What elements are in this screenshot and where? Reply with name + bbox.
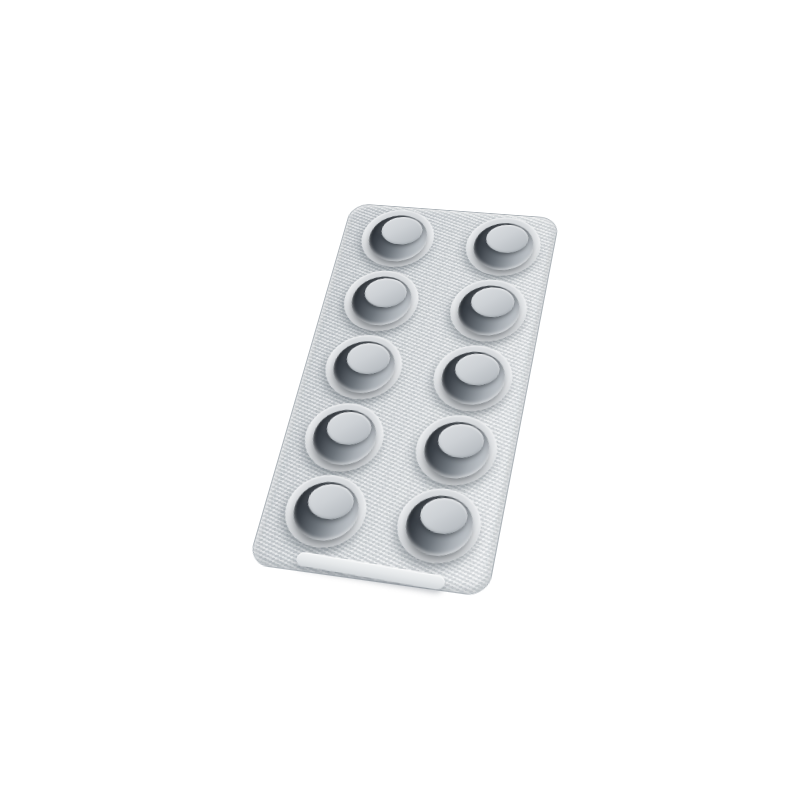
tablet-dome-top xyxy=(468,286,517,319)
blister-layer xyxy=(249,204,559,596)
tablet-dome-top xyxy=(323,410,375,447)
blister-r2c1 xyxy=(337,267,426,334)
tablet-dome xyxy=(306,406,382,467)
tablet-dome xyxy=(363,213,432,263)
tablet-dome xyxy=(436,348,510,407)
blister-r3c1 xyxy=(318,331,409,402)
tablet-dome-top xyxy=(343,341,393,376)
blister-r4c2 xyxy=(409,411,504,490)
tablet-dome-top xyxy=(361,277,410,309)
blister-r5c2 xyxy=(390,483,488,567)
blister-pack xyxy=(247,203,560,598)
tablet-dome xyxy=(418,418,494,481)
product-photo xyxy=(0,0,800,800)
tablet-dome xyxy=(399,491,478,559)
tablet-dome xyxy=(345,274,416,327)
blister-r1c2 xyxy=(460,215,546,279)
tablet-dome-top xyxy=(303,482,357,522)
tablet-dome-top xyxy=(416,495,470,536)
blister-r1c1 xyxy=(354,207,440,269)
tablet-dome xyxy=(327,338,400,395)
tablet-dome-top xyxy=(451,352,501,387)
blister-r5c1 xyxy=(276,470,374,552)
blister-r4c1 xyxy=(297,399,392,475)
tablet-dome xyxy=(286,478,365,544)
tablet-dome xyxy=(453,283,524,338)
blister-r2c2 xyxy=(444,276,533,344)
blister-r3c2 xyxy=(427,342,519,415)
tablet-dome-top xyxy=(483,223,530,254)
tablet-dome xyxy=(468,221,537,272)
tablet-dome-top xyxy=(434,422,486,460)
tablet-dome-top xyxy=(378,216,425,246)
